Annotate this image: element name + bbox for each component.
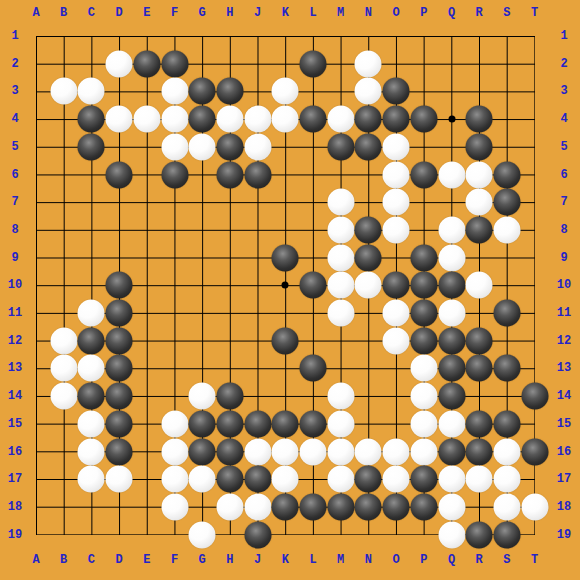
star-point-K10 — [282, 282, 289, 289]
black-stone-K15[interactable] — [272, 410, 299, 437]
white-stone-J16[interactable] — [244, 438, 271, 465]
coord-label-row-10-right: 10 — [557, 279, 571, 291]
coord-label-col-Q-top: Q — [448, 7, 455, 19]
coord-label-row-10-left: 10 — [8, 279, 22, 291]
black-stone-E2[interactable] — [133, 50, 160, 77]
go-board[interactable]: AABBCCDDEEFFGGHHJJKKLLMMNNOOPPQQRRSSTT11… — [0, 0, 580, 580]
black-stone-N4[interactable] — [355, 106, 382, 133]
black-stone-R16[interactable] — [466, 438, 493, 465]
coord-label-col-N-bottom: N — [365, 554, 372, 566]
black-stone-D11[interactable] — [106, 300, 133, 327]
white-stone-M16[interactable] — [327, 438, 354, 465]
coord-label-row-2-left: 2 — [11, 58, 18, 70]
coord-label-row-12-left: 12 — [8, 335, 22, 347]
star-point-Q4 — [448, 116, 455, 123]
white-stone-Q11[interactable] — [438, 300, 465, 327]
coord-label-col-E-top: E — [143, 7, 150, 19]
white-stone-O12[interactable] — [383, 327, 410, 354]
white-stone-O5[interactable] — [383, 133, 410, 160]
black-stone-P6[interactable] — [410, 161, 437, 188]
black-stone-S7[interactable] — [493, 189, 520, 216]
white-stone-B12[interactable] — [50, 327, 77, 354]
white-stone-O17[interactable] — [383, 466, 410, 493]
white-stone-P14[interactable] — [410, 383, 437, 410]
white-stone-C3[interactable] — [78, 78, 105, 105]
coord-label-col-E-bottom: E — [143, 554, 150, 566]
coord-label-row-16-left: 16 — [8, 446, 22, 458]
coord-label-row-7-right: 7 — [560, 196, 567, 208]
white-stone-S18[interactable] — [493, 493, 520, 520]
black-stone-Q12[interactable] — [438, 327, 465, 354]
coord-label-col-L-bottom: L — [309, 554, 316, 566]
black-stone-D13[interactable] — [106, 355, 133, 382]
black-stone-J19[interactable] — [244, 521, 271, 548]
coord-label-col-L-top: L — [309, 7, 316, 19]
coord-label-col-Q-bottom: Q — [448, 554, 455, 566]
white-stone-K3[interactable] — [272, 78, 299, 105]
black-stone-K18[interactable] — [272, 493, 299, 520]
white-stone-K17[interactable] — [272, 466, 299, 493]
white-stone-M9[interactable] — [327, 244, 354, 271]
black-stone-D15[interactable] — [106, 410, 133, 437]
coord-label-row-2-right: 2 — [560, 58, 567, 70]
black-stone-Q16[interactable] — [438, 438, 465, 465]
coord-label-row-3-left: 3 — [11, 85, 18, 97]
coord-label-col-J-bottom: J — [254, 554, 261, 566]
coord-label-col-D-bottom: D — [115, 554, 122, 566]
white-stone-L16[interactable] — [300, 438, 327, 465]
white-stone-Q18[interactable] — [438, 493, 465, 520]
white-stone-C15[interactable] — [78, 410, 105, 437]
black-stone-Q14[interactable] — [438, 383, 465, 410]
coord-label-row-6-left: 6 — [11, 169, 18, 181]
black-stone-L15[interactable] — [300, 410, 327, 437]
white-stone-Q6[interactable] — [438, 161, 465, 188]
coord-label-col-M-bottom: M — [337, 554, 344, 566]
black-stone-T16[interactable] — [521, 438, 548, 465]
white-stone-S17[interactable] — [493, 466, 520, 493]
white-stone-M11[interactable] — [327, 300, 354, 327]
black-stone-G3[interactable] — [189, 78, 216, 105]
black-stone-Q10[interactable] — [438, 272, 465, 299]
black-stone-D14[interactable] — [106, 383, 133, 410]
coord-label-row-19-right: 19 — [557, 529, 571, 541]
coord-label-row-6-right: 6 — [560, 169, 567, 181]
white-stone-R10[interactable] — [466, 272, 493, 299]
black-stone-P18[interactable] — [410, 493, 437, 520]
black-stone-J15[interactable] — [244, 410, 271, 437]
white-stone-N2[interactable] — [355, 50, 382, 77]
coord-label-col-O-top: O — [392, 7, 399, 19]
white-stone-P13[interactable] — [410, 355, 437, 382]
black-stone-R13[interactable] — [466, 355, 493, 382]
black-stone-N18[interactable] — [355, 493, 382, 520]
coord-label-row-18-right: 18 — [557, 501, 571, 513]
coord-label-row-5-right: 5 — [560, 141, 567, 153]
white-stone-Q17[interactable] — [438, 466, 465, 493]
coord-label-col-O-bottom: O — [392, 554, 399, 566]
white-stone-Q9[interactable] — [438, 244, 465, 271]
white-stone-Q15[interactable] — [438, 410, 465, 437]
white-stone-M17[interactable] — [327, 466, 354, 493]
coord-label-row-18-left: 18 — [8, 501, 22, 513]
coord-label-col-K-bottom: K — [282, 554, 289, 566]
black-stone-C4[interactable] — [78, 106, 105, 133]
black-stone-Q13[interactable] — [438, 355, 465, 382]
black-stone-L4[interactable] — [300, 106, 327, 133]
white-stone-F18[interactable] — [161, 493, 188, 520]
coord-label-col-B-bottom: B — [60, 554, 67, 566]
white-stone-T18[interactable] — [521, 493, 548, 520]
white-stone-G17[interactable] — [189, 466, 216, 493]
white-stone-D17[interactable] — [106, 466, 133, 493]
black-stone-S15[interactable] — [493, 410, 520, 437]
coord-label-col-H-bottom: H — [226, 554, 233, 566]
coord-label-row-14-left: 14 — [8, 390, 22, 402]
black-stone-K9[interactable] — [272, 244, 299, 271]
coord-label-row-14-right: 14 — [557, 390, 571, 402]
white-stone-O11[interactable] — [383, 300, 410, 327]
coord-label-row-9-left: 9 — [11, 252, 18, 264]
black-stone-G4[interactable] — [189, 106, 216, 133]
white-stone-D4[interactable] — [106, 106, 133, 133]
white-stone-Q8[interactable] — [438, 216, 465, 243]
black-stone-H17[interactable] — [216, 466, 243, 493]
black-stone-D16[interactable] — [106, 438, 133, 465]
black-stone-R8[interactable] — [466, 216, 493, 243]
coord-label-row-7-left: 7 — [11, 196, 18, 208]
coord-label-row-19-left: 19 — [8, 529, 22, 541]
white-stone-B14[interactable] — [50, 383, 77, 410]
black-stone-C12[interactable] — [78, 327, 105, 354]
black-stone-H5[interactable] — [216, 133, 243, 160]
coord-label-col-N-top: N — [365, 7, 372, 19]
black-stone-C5[interactable] — [78, 133, 105, 160]
coord-label-row-3-right: 3 — [560, 85, 567, 97]
black-stone-C14[interactable] — [78, 383, 105, 410]
white-stone-F16[interactable] — [161, 438, 188, 465]
white-stone-C13[interactable] — [78, 355, 105, 382]
black-stone-P4[interactable] — [410, 106, 437, 133]
white-stone-J18[interactable] — [244, 493, 271, 520]
black-stone-S19[interactable] — [493, 521, 520, 548]
black-stone-M5[interactable] — [327, 133, 354, 160]
white-stone-M14[interactable] — [327, 383, 354, 410]
black-stone-P9[interactable] — [410, 244, 437, 271]
white-stone-P15[interactable] — [410, 410, 437, 437]
white-stone-S16[interactable] — [493, 438, 520, 465]
coord-label-row-12-right: 12 — [557, 335, 571, 347]
white-stone-B13[interactable] — [50, 355, 77, 382]
white-stone-F4[interactable] — [161, 106, 188, 133]
white-stone-C11[interactable] — [78, 300, 105, 327]
black-stone-N9[interactable] — [355, 244, 382, 271]
coord-label-col-R-bottom: R — [476, 554, 483, 566]
white-stone-D2[interactable] — [106, 50, 133, 77]
coord-label-col-F-top: F — [171, 7, 178, 19]
black-stone-S6[interactable] — [493, 161, 520, 188]
coord-label-col-S-bottom: S — [503, 554, 510, 566]
black-stone-N8[interactable] — [355, 216, 382, 243]
black-stone-H6[interactable] — [216, 161, 243, 188]
black-stone-F6[interactable] — [161, 161, 188, 188]
coord-label-col-S-top: S — [503, 7, 510, 19]
white-stone-N16[interactable] — [355, 438, 382, 465]
white-stone-M7[interactable] — [327, 189, 354, 216]
coord-label-col-H-top: H — [226, 7, 233, 19]
coord-label-col-J-top: J — [254, 7, 261, 19]
black-stone-N17[interactable] — [355, 466, 382, 493]
black-stone-R19[interactable] — [466, 521, 493, 548]
black-stone-R12[interactable] — [466, 327, 493, 354]
black-stone-G16[interactable] — [189, 438, 216, 465]
black-stone-P12[interactable] — [410, 327, 437, 354]
black-stone-H3[interactable] — [216, 78, 243, 105]
black-stone-O3[interactable] — [383, 78, 410, 105]
coord-label-row-13-right: 13 — [557, 362, 571, 374]
white-stone-F3[interactable] — [161, 78, 188, 105]
white-stone-R17[interactable] — [466, 466, 493, 493]
black-stone-K12[interactable] — [272, 327, 299, 354]
black-stone-J17[interactable] — [244, 466, 271, 493]
white-stone-Q19[interactable] — [438, 521, 465, 548]
white-stone-M10[interactable] — [327, 272, 354, 299]
white-stone-S8[interactable] — [493, 216, 520, 243]
coord-label-row-13-left: 13 — [8, 362, 22, 374]
coord-label-row-11-right: 11 — [557, 307, 571, 319]
black-stone-R5[interactable] — [466, 133, 493, 160]
black-stone-S13[interactable] — [493, 355, 520, 382]
white-stone-B3[interactable] — [50, 78, 77, 105]
coord-label-col-P-bottom: P — [420, 554, 427, 566]
black-stone-P17[interactable] — [410, 466, 437, 493]
coord-label-row-1-right: 1 — [560, 30, 567, 42]
coord-label-col-F-bottom: F — [171, 554, 178, 566]
black-stone-N5[interactable] — [355, 133, 382, 160]
black-stone-D12[interactable] — [106, 327, 133, 354]
coord-label-row-11-left: 11 — [8, 307, 22, 319]
white-stone-G5[interactable] — [189, 133, 216, 160]
coord-label-col-M-top: M — [337, 7, 344, 19]
black-stone-P11[interactable] — [410, 300, 437, 327]
black-stone-L13[interactable] — [300, 355, 327, 382]
black-stone-O10[interactable] — [383, 272, 410, 299]
black-stone-F2[interactable] — [161, 50, 188, 77]
white-stone-O6[interactable] — [383, 161, 410, 188]
white-stone-R7[interactable] — [466, 189, 493, 216]
white-stone-N3[interactable] — [355, 78, 382, 105]
coord-label-row-5-left: 5 — [11, 141, 18, 153]
coord-label-col-R-top: R — [476, 7, 483, 19]
black-stone-S11[interactable] — [493, 300, 520, 327]
white-stone-F15[interactable] — [161, 410, 188, 437]
coord-label-col-K-top: K — [282, 7, 289, 19]
white-stone-C17[interactable] — [78, 466, 105, 493]
white-stone-H4[interactable] — [216, 106, 243, 133]
white-stone-O16[interactable] — [383, 438, 410, 465]
black-stone-H16[interactable] — [216, 438, 243, 465]
black-stone-O18[interactable] — [383, 493, 410, 520]
white-stone-F5[interactable] — [161, 133, 188, 160]
coord-label-col-T-top: T — [531, 7, 538, 19]
black-stone-J6[interactable] — [244, 161, 271, 188]
coord-label-col-C-bottom: C — [88, 554, 95, 566]
white-stone-R6[interactable] — [466, 161, 493, 188]
white-stone-K16[interactable] — [272, 438, 299, 465]
black-stone-L2[interactable] — [300, 50, 327, 77]
white-stone-M15[interactable] — [327, 410, 354, 437]
white-stone-J5[interactable] — [244, 133, 271, 160]
black-stone-R15[interactable] — [466, 410, 493, 437]
white-stone-O8[interactable] — [383, 216, 410, 243]
black-stone-H14[interactable] — [216, 383, 243, 410]
coord-label-col-G-bottom: G — [199, 554, 206, 566]
coord-label-row-15-right: 15 — [557, 418, 571, 430]
coord-label-row-17-left: 17 — [8, 473, 22, 485]
coord-label-col-D-top: D — [115, 7, 122, 19]
black-stone-D6[interactable] — [106, 161, 133, 188]
coord-label-row-9-right: 9 — [560, 252, 567, 264]
white-stone-O7[interactable] — [383, 189, 410, 216]
white-stone-N10[interactable] — [355, 272, 382, 299]
coord-label-row-15-left: 15 — [8, 418, 22, 430]
white-stone-E4[interactable] — [133, 106, 160, 133]
coord-label-row-17-right: 17 — [557, 473, 571, 485]
coord-label-col-T-bottom: T — [531, 554, 538, 566]
coord-label-col-C-top: C — [88, 7, 95, 19]
black-stone-T14[interactable] — [521, 383, 548, 410]
coord-label-row-8-left: 8 — [11, 224, 18, 236]
white-stone-F17[interactable] — [161, 466, 188, 493]
black-stone-D10[interactable] — [106, 272, 133, 299]
coord-label-row-8-right: 8 — [560, 224, 567, 236]
black-stone-G15[interactable] — [189, 410, 216, 437]
black-stone-M18[interactable] — [327, 493, 354, 520]
coord-label-row-1-left: 1 — [11, 30, 18, 42]
coord-label-col-A-top: A — [32, 7, 39, 19]
black-stone-L10[interactable] — [300, 272, 327, 299]
white-stone-M4[interactable] — [327, 106, 354, 133]
black-stone-R4[interactable] — [466, 106, 493, 133]
white-stone-J4[interactable] — [244, 106, 271, 133]
white-stone-P16[interactable] — [410, 438, 437, 465]
white-stone-C16[interactable] — [78, 438, 105, 465]
white-stone-K4[interactable] — [272, 106, 299, 133]
coord-label-row-4-left: 4 — [11, 113, 18, 125]
coord-label-col-P-top: P — [420, 7, 427, 19]
white-stone-G14[interactable] — [189, 383, 216, 410]
black-stone-L18[interactable] — [300, 493, 327, 520]
coord-label-row-4-right: 4 — [560, 113, 567, 125]
white-stone-M8[interactable] — [327, 216, 354, 243]
coord-label-col-G-top: G — [199, 7, 206, 19]
coord-label-row-16-right: 16 — [557, 446, 571, 458]
black-stone-P10[interactable] — [410, 272, 437, 299]
coord-label-col-B-top: B — [60, 7, 67, 19]
white-stone-G19[interactable] — [189, 521, 216, 548]
black-stone-O4[interactable] — [383, 106, 410, 133]
black-stone-H15[interactable] — [216, 410, 243, 437]
white-stone-H18[interactable] — [216, 493, 243, 520]
coord-label-col-A-bottom: A — [32, 554, 39, 566]
